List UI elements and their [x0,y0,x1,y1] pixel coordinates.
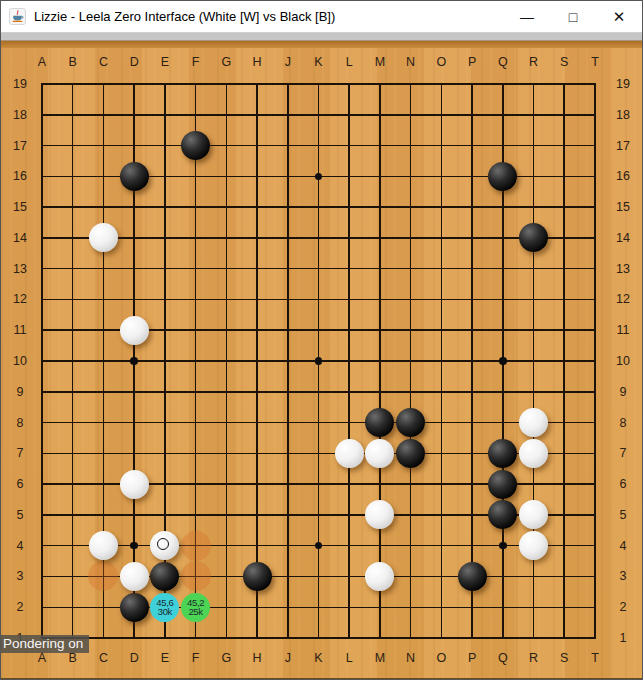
grid-horizontal-line [41,637,596,639]
coord-label-right: 18 [607,107,639,123]
coord-label-bottom: N [395,650,427,666]
suggestion-second-move[interactable]: 45,225k [181,593,210,622]
grid-vertical-line [348,83,350,639]
white-stone [120,562,149,591]
coord-label-top: O [425,54,457,70]
white-stone [89,531,118,560]
black-stone [488,439,517,468]
coord-label-top: J [272,54,304,70]
coord-label-bottom: J [272,650,304,666]
grid-vertical-line [441,83,443,639]
coord-label-left: 13 [4,261,36,277]
coord-label-top: G [210,54,242,70]
coord-label-right: 9 [607,384,639,400]
coord-label-top: D [118,54,150,70]
coord-label-left: 2 [4,599,36,615]
black-stone [365,408,394,437]
black-stone [488,500,517,529]
white-stone [519,500,548,529]
coord-label-bottom: R [518,650,550,666]
black-stone [396,408,425,437]
coord-label-top: C [87,54,119,70]
coord-label-bottom: H [241,650,273,666]
coord-label-right: 8 [607,415,639,431]
white-stone [365,562,394,591]
white-stone [365,439,394,468]
coord-label-right: 14 [607,230,639,246]
black-stone [120,593,149,622]
white-stone [335,439,364,468]
coord-label-left: 8 [4,415,36,431]
black-stone [120,162,149,191]
coord-label-left: 19 [4,76,36,92]
grid-vertical-line [471,83,473,639]
coord-label-bottom: T [579,650,611,666]
heatmap-circle [88,561,118,591]
grid-horizontal-line [41,422,596,424]
black-stone [519,223,548,252]
coord-label-left: 7 [4,445,36,461]
coord-label-left: 10 [4,353,36,369]
lizzie-window: Lizzie - Leela Zero Interface (White [W]… [0,0,643,680]
coord-label-right: 3 [607,568,639,584]
white-stone [365,500,394,529]
coord-label-left: 9 [4,384,36,400]
title-bar[interactable]: Lizzie - Leela Zero Interface (White [W]… [1,1,642,33]
coord-label-top: K [302,54,334,70]
coord-label-bottom: M [364,650,396,666]
coord-label-left: 16 [4,168,36,184]
minimize-button[interactable]: — [504,1,550,32]
black-stone [181,131,210,160]
star-point [315,542,323,550]
coord-label-right: 12 [607,291,639,307]
coord-label-bottom: F [180,650,212,666]
coord-label-bottom: S [548,650,580,666]
coord-label-bottom: K [302,650,334,666]
black-stone [458,562,487,591]
java-icon [9,8,26,25]
coord-label-bottom: E [149,650,181,666]
white-stone [519,439,548,468]
coord-label-left: 12 [4,291,36,307]
coord-label-top: T [579,54,611,70]
coord-label-left: 17 [4,138,36,154]
close-button[interactable]: ✕ [596,1,642,32]
coord-label-right: 5 [607,507,639,523]
board-area[interactable]: AABBCCDDEEFFGGHHJJKKLLMMNNOOPPQQRRSSTT19… [1,41,643,680]
black-stone [396,439,425,468]
coord-label-top: A [26,54,58,70]
coord-label-top: R [518,54,550,70]
coord-label-right: 15 [607,199,639,215]
coord-label-top: E [149,54,181,70]
window-inner-strip [1,33,642,41]
black-stone [243,562,272,591]
white-stone [120,316,149,345]
coord-label-right: 17 [607,138,639,154]
coord-label-bottom: O [425,650,457,666]
coord-label-bottom: G [210,650,242,666]
suggestion-visits: 25k [188,607,202,617]
coord-label-top: Q [487,54,519,70]
coord-label-right: 4 [607,538,639,554]
suggestion-visits: 30k [158,607,172,617]
grid-vertical-line [379,83,381,639]
star-point [315,357,323,365]
star-point [499,542,507,550]
window-controls: — □ ✕ [504,1,642,32]
coord-label-bottom: L [333,650,365,666]
coord-label-top: B [57,54,89,70]
coord-label-top: S [548,54,580,70]
grid-vertical-line [563,83,565,639]
white-stone [519,408,548,437]
black-stone [150,562,179,591]
white-stone [89,223,118,252]
coord-label-left: 4 [4,538,36,554]
coord-label-bottom: P [456,650,488,666]
coord-label-right: 7 [607,445,639,461]
coord-label-left: 3 [4,568,36,584]
coord-label-right: 1 [607,630,639,646]
coord-label-left: 18 [4,107,36,123]
star-point [130,357,138,365]
coord-label-bottom: C [87,650,119,666]
heatmap-circle [181,561,211,591]
star-point [130,542,138,550]
suggestion-best-move[interactable]: 45,630k [150,593,179,622]
coord-label-left: 15 [4,199,36,215]
window-title: Lizzie - Leela Zero Interface (White [W]… [34,9,335,24]
star-point [499,357,507,365]
maximize-button[interactable]: □ [550,1,596,32]
coord-label-left: 14 [4,230,36,246]
coord-label-right: 6 [607,476,639,492]
coord-label-left: 6 [4,476,36,492]
grid-horizontal-line [41,391,596,393]
grid-vertical-line [410,83,412,639]
coord-label-right: 13 [607,261,639,277]
coord-label-left: 11 [4,322,36,338]
coord-label-top: M [364,54,396,70]
status-badge: Pondering on [1,635,89,653]
coord-label-top: F [180,54,212,70]
coord-label-bottom: D [118,650,150,666]
grid-vertical-line [594,83,596,639]
white-stone [120,470,149,499]
star-point [315,173,323,181]
coord-label-top: N [395,54,427,70]
black-stone [488,470,517,499]
coord-label-top: L [333,54,365,70]
coord-label-right: 11 [607,322,639,338]
black-stone [488,162,517,191]
coord-label-right: 10 [607,353,639,369]
coord-label-bottom: Q [487,650,519,666]
coord-label-top: H [241,54,273,70]
coord-label-top: P [456,54,488,70]
white-stone [519,531,548,560]
coord-label-right: 19 [607,76,639,92]
coord-label-right: 2 [607,599,639,615]
coord-label-left: 5 [4,507,36,523]
heatmap-circle [181,531,211,561]
coord-label-right: 16 [607,168,639,184]
